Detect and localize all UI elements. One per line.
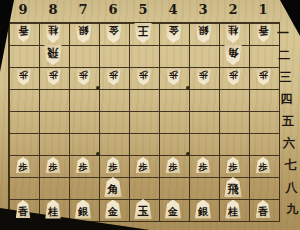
file-label-8: 8 — [38, 2, 68, 17]
file-label-4: 4 — [158, 2, 188, 17]
gold-kanji: 金 — [165, 24, 182, 36]
shogi-photo: 987654321 一二三四五六七八九 香桂銀金王金銀桂香飛角歩歩歩歩歩歩歩歩歩… — [0, 0, 300, 230]
pawn-kanji: 歩 — [136, 163, 151, 173]
silver-kanji: 銀 — [195, 24, 212, 36]
rook-kanji: 飛 — [44, 45, 62, 58]
king-kanji: 玉 — [134, 206, 152, 219]
pawn-kanji: 歩 — [196, 163, 211, 173]
pawn-kanji: 歩 — [76, 69, 91, 79]
bishop-kanji: 角 — [224, 45, 242, 58]
file-label-2: 2 — [218, 2, 248, 17]
lance-kanji: 香 — [16, 24, 31, 36]
pawn-kanji: 歩 — [136, 69, 151, 79]
knight-kanji: 桂 — [45, 207, 61, 219]
star-point — [186, 152, 190, 156]
pawn-kanji: 歩 — [46, 163, 61, 173]
knight-kanji: 桂 — [225, 207, 241, 219]
file-label-6: 6 — [98, 2, 128, 17]
star-point — [96, 152, 100, 156]
pawn-kanji: 歩 — [106, 69, 121, 79]
knight-kanji: 桂 — [225, 24, 241, 36]
silver-kanji: 銀 — [195, 207, 212, 219]
pawn-kanji: 歩 — [166, 69, 181, 79]
pawn-kanji: 歩 — [226, 69, 241, 79]
silver-kanji: 銀 — [75, 207, 92, 219]
lance-kanji: 香 — [256, 24, 271, 36]
pawn-kanji: 歩 — [166, 163, 181, 173]
rank-label-4: 四 — [278, 93, 296, 105]
file-label-1: 1 — [248, 2, 278, 17]
star-point — [186, 86, 190, 90]
rank-label-6: 六 — [280, 137, 298, 149]
pawn-kanji: 歩 — [16, 69, 31, 79]
star-point — [96, 86, 100, 90]
file-label-7: 7 — [68, 2, 98, 17]
silver-kanji: 銀 — [75, 24, 92, 36]
bishop-kanji: 角 — [104, 184, 122, 197]
gold-kanji: 金 — [165, 207, 182, 219]
knight-kanji: 桂 — [45, 24, 61, 36]
pawn-kanji: 歩 — [256, 163, 271, 173]
rank-label-2: 二 — [275, 49, 293, 61]
rank-label-3: 三 — [276, 71, 294, 83]
pawn-kanji: 歩 — [46, 69, 61, 79]
file-label-3: 3 — [188, 2, 218, 17]
lance-kanji: 香 — [256, 207, 271, 219]
pawn-kanji: 歩 — [226, 163, 241, 173]
lance-kanji: 香 — [16, 207, 31, 219]
gold-kanji: 金 — [105, 207, 122, 219]
pawn-kanji: 歩 — [16, 163, 31, 173]
rank-label-5: 五 — [279, 115, 297, 127]
rank-label-9: 九 — [284, 203, 300, 215]
rank-label-7: 七 — [281, 159, 299, 171]
pawn-kanji: 歩 — [196, 69, 211, 79]
rook-kanji: 飛 — [224, 184, 242, 197]
king-kanji: 王 — [134, 23, 152, 36]
rank-label-8: 八 — [282, 181, 300, 193]
file-label-5: 5 — [128, 2, 158, 17]
gold-kanji: 金 — [105, 24, 122, 36]
pawn-kanji: 歩 — [76, 163, 91, 173]
shogi-board: 987654321 一二三四五六七八九 香桂銀金王金銀桂香飛角歩歩歩歩歩歩歩歩歩… — [0, 0, 300, 230]
pawn-kanji: 歩 — [256, 69, 271, 79]
rank-label-1: 一 — [274, 27, 292, 39]
pawn-kanji: 歩 — [106, 163, 121, 173]
